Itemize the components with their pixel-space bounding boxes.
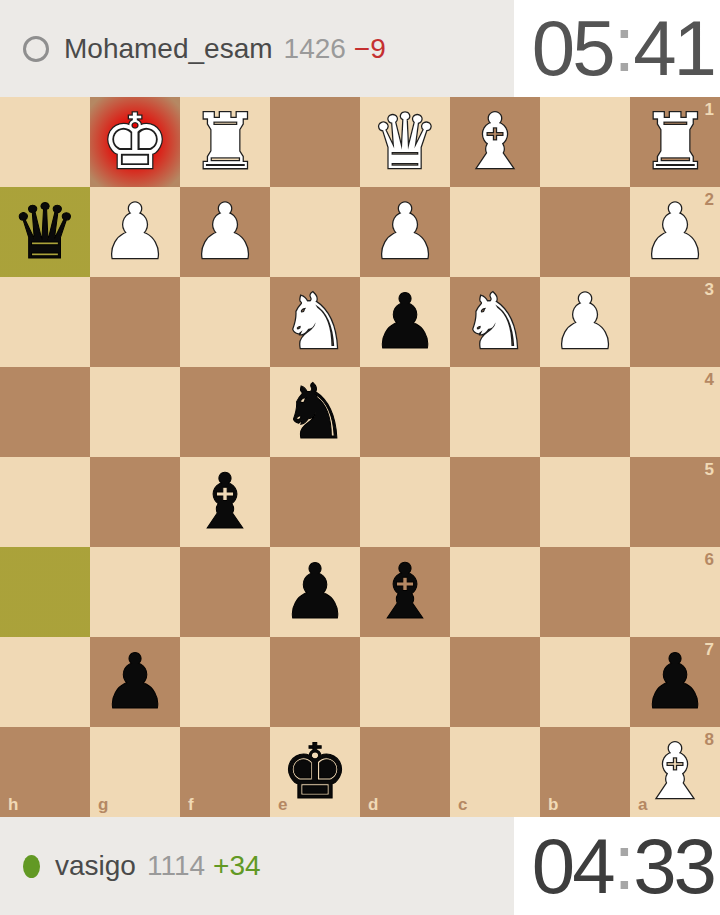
square-g3[interactable] [90, 277, 180, 367]
white-king-g1[interactable]: ♚ [90, 97, 180, 187]
bottom-player-bar: vasigo 1114 +34 04:33 [0, 817, 720, 915]
white-pawn-d2[interactable]: ♟ [360, 187, 450, 277]
square-e4[interactable]: ♞ [270, 367, 360, 457]
square-h6[interactable] [0, 547, 90, 637]
black-bishop-f5[interactable]: ♝ [180, 457, 270, 547]
clock-colon: : [613, 0, 634, 90]
chess-board: ♚♜♛♝♜1♛♟♟♟♟2♞♟♞♟3♞4♝5♟♝6♟♟7hgf♚edcb♝8a [0, 97, 720, 817]
white-bishop-c1[interactable]: ♝ [450, 97, 540, 187]
square-c4[interactable] [450, 367, 540, 457]
top-player-name[interactable]: Mohamed_esam [64, 33, 273, 65]
square-b6[interactable] [540, 547, 630, 637]
rank-label-2: 2 [705, 191, 714, 208]
square-d4[interactable] [360, 367, 450, 457]
square-b4[interactable] [540, 367, 630, 457]
white-rook-f1[interactable]: ♜ [180, 97, 270, 187]
square-g5[interactable] [90, 457, 180, 547]
square-c6[interactable] [450, 547, 540, 637]
square-e7[interactable] [270, 637, 360, 727]
square-f8[interactable]: f [180, 727, 270, 817]
white-player-status-icon [23, 36, 49, 62]
clock-seconds: 33 [633, 821, 714, 912]
square-e8[interactable]: ♚e [270, 727, 360, 817]
square-e2[interactable] [270, 187, 360, 277]
file-label-h: h [8, 796, 18, 813]
square-g1[interactable]: ♚ [90, 97, 180, 187]
file-label-b: b [548, 796, 558, 813]
black-pawn-e6[interactable]: ♟ [270, 547, 360, 637]
file-label-c: c [458, 796, 467, 813]
white-knight-e3[interactable]: ♞ [270, 277, 360, 367]
square-c5[interactable] [450, 457, 540, 547]
square-e6[interactable]: ♟ [270, 547, 360, 637]
rank-label-6: 6 [705, 551, 714, 568]
file-label-d: d [368, 796, 378, 813]
square-f7[interactable] [180, 637, 270, 727]
black-pawn-d3[interactable]: ♟ [360, 277, 450, 367]
square-a2[interactable]: ♟2 [630, 187, 720, 277]
square-a1[interactable]: ♜1 [630, 97, 720, 187]
square-f2[interactable]: ♟ [180, 187, 270, 277]
square-d3[interactable]: ♟ [360, 277, 450, 367]
square-a8[interactable]: ♝8a [630, 727, 720, 817]
square-a5[interactable]: 5 [630, 457, 720, 547]
square-c7[interactable] [450, 637, 540, 727]
square-d6[interactable]: ♝ [360, 547, 450, 637]
top-player-rating: 1426 [284, 33, 346, 65]
rank-label-5: 5 [705, 461, 714, 478]
square-c2[interactable] [450, 187, 540, 277]
bottom-player-clock: 04:33 [514, 817, 720, 915]
square-h8[interactable]: h [0, 727, 90, 817]
square-d7[interactable] [360, 637, 450, 727]
square-c8[interactable]: c [450, 727, 540, 817]
white-pawn-f2[interactable]: ♟ [180, 187, 270, 277]
clock-colon: : [613, 817, 634, 908]
file-label-g: g [98, 796, 108, 813]
rank-label-8: 8 [705, 731, 714, 748]
square-b8[interactable]: b [540, 727, 630, 817]
black-queen-h2[interactable]: ♛ [0, 187, 90, 277]
square-d1[interactable]: ♛ [360, 97, 450, 187]
square-g7[interactable]: ♟ [90, 637, 180, 727]
square-e1[interactable] [270, 97, 360, 187]
square-a4[interactable]: 4 [630, 367, 720, 457]
square-b3[interactable]: ♟ [540, 277, 630, 367]
square-h3[interactable] [0, 277, 90, 367]
bottom-player-name[interactable]: vasigo [55, 850, 136, 882]
top-player-clock: 05:41 [514, 0, 720, 97]
clock-minutes: 05 [532, 3, 613, 94]
top-player-bar: Mohamed_esam 1426 −9 05:41 [0, 0, 720, 97]
square-h2[interactable]: ♛ [0, 187, 90, 277]
square-g2[interactable]: ♟ [90, 187, 180, 277]
square-g6[interactable] [90, 547, 180, 637]
square-b1[interactable] [540, 97, 630, 187]
white-pawn-g2[interactable]: ♟ [90, 187, 180, 277]
square-c3[interactable]: ♞ [450, 277, 540, 367]
white-pawn-b3[interactable]: ♟ [540, 277, 630, 367]
top-player-rating-delta: −9 [354, 33, 386, 65]
file-label-e: e [278, 796, 287, 813]
rank-label-3: 3 [705, 281, 714, 298]
square-f3[interactable] [180, 277, 270, 367]
white-knight-c3[interactable]: ♞ [450, 277, 540, 367]
clock-minutes: 04 [532, 821, 613, 912]
square-h5[interactable] [0, 457, 90, 547]
square-f5[interactable]: ♝ [180, 457, 270, 547]
white-queen-d1[interactable]: ♛ [360, 97, 450, 187]
rank-label-4: 4 [705, 371, 714, 388]
black-knight-e4[interactable]: ♞ [270, 367, 360, 457]
black-bishop-d6[interactable]: ♝ [360, 547, 450, 637]
top-player-info: Mohamed_esam 1426 −9 [0, 0, 514, 97]
online-status-icon [23, 855, 40, 878]
square-h4[interactable] [0, 367, 90, 457]
rank-label-7: 7 [705, 641, 714, 658]
square-a7[interactable]: ♟7 [630, 637, 720, 727]
chess-game-screen: Mohamed_esam 1426 −9 05:41 ♚♜♛♝♜1♛♟♟♟♟2♞… [0, 0, 720, 915]
square-d8[interactable]: d [360, 727, 450, 817]
file-label-a: a [638, 796, 647, 813]
square-b5[interactable] [540, 457, 630, 547]
rank-label-1: 1 [705, 101, 714, 118]
square-b7[interactable] [540, 637, 630, 727]
clock-seconds: 41 [633, 3, 714, 94]
bottom-player-rating-delta: +34 [213, 850, 261, 882]
square-e5[interactable] [270, 457, 360, 547]
square-a6[interactable]: 6 [630, 547, 720, 637]
square-f4[interactable] [180, 367, 270, 457]
square-h1[interactable] [0, 97, 90, 187]
square-e3[interactable]: ♞ [270, 277, 360, 367]
square-d2[interactable]: ♟ [360, 187, 450, 277]
file-label-f: f [188, 796, 194, 813]
bottom-player-info: vasigo 1114 +34 [0, 817, 514, 915]
black-pawn-g7[interactable]: ♟ [90, 637, 180, 727]
square-f1[interactable]: ♜ [180, 97, 270, 187]
bottom-player-rating: 1114 [147, 850, 205, 882]
square-a3[interactable]: 3 [630, 277, 720, 367]
square-c1[interactable]: ♝ [450, 97, 540, 187]
square-g8[interactable]: g [90, 727, 180, 817]
square-g4[interactable] [90, 367, 180, 457]
square-b2[interactable] [540, 187, 630, 277]
square-d5[interactable] [360, 457, 450, 547]
square-h7[interactable] [0, 637, 90, 727]
square-f6[interactable] [180, 547, 270, 637]
